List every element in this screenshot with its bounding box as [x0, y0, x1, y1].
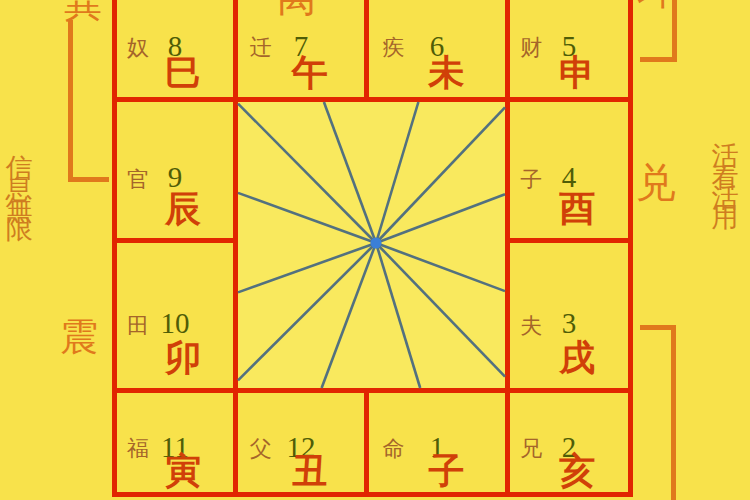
palace-label: 疾 — [382, 37, 404, 59]
branch-label: 申 — [559, 55, 595, 91]
palace-cell-you: 子 4 酉 — [510, 102, 628, 238]
palace-cell-si: 奴 8 巳 — [117, 0, 233, 97]
palace-cell-hai: 兄 2 亥 — [510, 393, 628, 492]
palace-number: 10 — [161, 308, 190, 337]
corner-bracket-top-right — [640, 0, 677, 62]
branch-label: 未 — [429, 55, 465, 91]
branch-label: 丑 — [292, 453, 328, 489]
palace-label: 财 — [520, 37, 542, 59]
branch-label: 戌 — [559, 340, 595, 376]
corner-bracket-left — [68, 20, 109, 182]
palace-cell-zi: 命 1 子 — [369, 393, 505, 492]
palace-cell-chen: 官 9 辰 — [117, 102, 233, 238]
trigram-xun-label: 巽 — [64, 0, 102, 22]
branch-label: 寅 — [165, 453, 201, 489]
palace-label: 迁 — [250, 37, 272, 59]
branch-label: 亥 — [559, 453, 595, 489]
trigram-dui-label: 兑 — [636, 163, 676, 203]
branch-label: 酉 — [559, 191, 595, 227]
watermark-left: 信息無限 — [5, 133, 32, 217]
palace-label: 官 — [127, 169, 149, 191]
palace-label: 田 — [127, 315, 149, 337]
palace-cell-xu: 夫 3 戌 — [510, 243, 628, 388]
branch-label: 卯 — [165, 340, 201, 376]
palace-cell-chou: 父 12 丑 — [238, 393, 364, 492]
palace-cell-wei: 疾 6 未 — [369, 0, 505, 97]
branch-label: 辰 — [165, 191, 201, 227]
watermark-right: 活看活用 — [711, 121, 738, 205]
palace-label: 奴 — [127, 37, 149, 59]
palace-label: 命 — [382, 438, 404, 460]
palace-number: 4 — [562, 162, 577, 191]
palace-cell-yin: 福 11 寅 — [117, 393, 233, 492]
palace-label: 福 — [127, 438, 149, 460]
branch-label: 午 — [292, 55, 328, 91]
palace-label: 夫 — [520, 315, 542, 337]
palace-number: 3 — [562, 308, 577, 337]
palace-cell-mao: 田 10 卯 — [117, 243, 233, 388]
trigram-li-label: 离 — [276, 0, 318, 18]
palace-label: 兄 — [520, 438, 542, 460]
branch-label: 子 — [429, 453, 465, 489]
trigram-zhen-label: 震 — [60, 318, 98, 356]
corner-bracket-bottom-right — [640, 325, 676, 500]
center-cell — [238, 102, 505, 388]
branch-label: 巳 — [165, 55, 201, 91]
palace-grid: 奴 8 巳 迁 7 午 疾 6 未 财 5 申 子 4 酉 夫 3 戌 — [112, 0, 633, 497]
palace-label: 父 — [250, 438, 272, 460]
palace-label: 子 — [520, 169, 542, 191]
twelve-palace-chart: 奴 8 巳 迁 7 午 疾 6 未 财 5 申 子 4 酉 夫 3 戌 — [0, 0, 750, 500]
palace-cell-shen: 财 5 申 — [510, 0, 628, 97]
palace-number: 9 — [168, 162, 183, 191]
